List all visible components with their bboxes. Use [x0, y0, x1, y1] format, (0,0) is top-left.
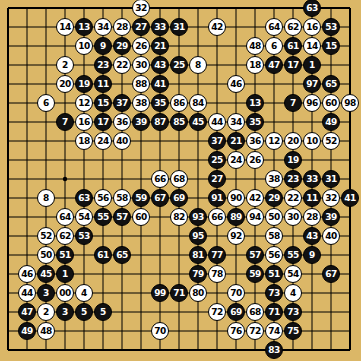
stone-black-move-91-c12r11[interactable]: 91 [208, 189, 226, 207]
stone-white-move-64-c4r12[interactable]: 64 [56, 208, 74, 226]
stone-black-move-37-c12r8[interactable]: 37 [208, 132, 226, 150]
stone-black-move-19-c5r5[interactable]: 19 [75, 75, 93, 93]
stone-black-move-49-c2r18[interactable]: 49 [18, 322, 36, 340]
stone-white-move-46-c2r15[interactable]: 46 [18, 265, 36, 283]
stone-white-move-68-c14r17[interactable]: 68 [246, 303, 264, 321]
stone-white-move-56-c6r11[interactable]: 56 [94, 189, 112, 207]
stone-white-move-26-c14r9[interactable]: 26 [246, 151, 264, 169]
stone-black-move-33-c17r10[interactable]: 33 [303, 170, 321, 188]
hoshi-point [63, 177, 67, 181]
stone-white-move-42-c12r2[interactable]: 42 [208, 18, 226, 36]
stone-white-move-30-c8r4[interactable]: 30 [132, 56, 150, 74]
stone-black-move-13-c14r6[interactable]: 13 [246, 94, 264, 112]
stone-black-move-25-c10r4[interactable]: 25 [170, 56, 188, 74]
stone-white-move-00-c4r16[interactable]: 00 [56, 284, 74, 302]
stone-black-move-9-c17r14[interactable]: 9 [303, 246, 321, 264]
stone-white-move-50-c15r12[interactable]: 50 [265, 208, 283, 226]
stone-black-move-89-c13r12[interactable]: 89 [227, 208, 245, 226]
stone-white-move-72-c12r17[interactable]: 72 [208, 303, 226, 321]
stone-black-move-25-c12r9[interactable]: 25 [208, 151, 226, 169]
stone-black-move-29-c15r11[interactable]: 29 [265, 189, 283, 207]
stone-white-move-66-c9r10[interactable]: 66 [151, 170, 169, 188]
stone-black-move-5-c5r17[interactable]: 5 [75, 303, 93, 321]
stone-white-move-94-c14r12[interactable]: 94 [246, 208, 264, 226]
stone-black-move-3-c4r17[interactable]: 3 [56, 303, 74, 321]
stone-white-move-16-c5r7[interactable]: 16 [75, 113, 93, 131]
stone-black-move-75-c16r18[interactable]: 75 [284, 322, 302, 340]
stone-white-move-2-c3r17[interactable]: 2 [37, 303, 55, 321]
stone-black-move-83-c15r19[interactable]: 83 [265, 341, 283, 359]
stone-black-move-71-c15r17[interactable]: 71 [265, 303, 283, 321]
stone-white-move-44-c12r7[interactable]: 44 [208, 113, 226, 131]
stone-black-move-63-c5r11[interactable]: 63 [75, 189, 93, 207]
stone-white-move-66-c12r12[interactable]: 66 [208, 208, 226, 226]
stone-white-move-86-c10r6[interactable]: 86 [170, 94, 188, 112]
stone-white-move-12-c5r6[interactable]: 12 [75, 94, 93, 112]
stone-white-move-32-c18r11[interactable]: 32 [322, 189, 340, 207]
stone-black-move-57-c14r14[interactable]: 57 [246, 246, 264, 264]
stone-black-move-67-c9r11[interactable]: 67 [151, 189, 169, 207]
stone-black-move-73-c16r17[interactable]: 73 [284, 303, 302, 321]
stone-black-move-27-c8r2[interactable]: 27 [132, 18, 150, 36]
stone-black-move-81-c11r14[interactable]: 81 [189, 246, 207, 264]
stone-white-move-34-c6r2[interactable]: 34 [94, 18, 112, 36]
stone-white-move-30-c16r12[interactable]: 30 [284, 208, 302, 226]
stone-black-move-11-c6r5[interactable]: 11 [94, 75, 112, 93]
stone-white-move-28-c7r2[interactable]: 28 [113, 18, 131, 36]
stone-black-move-73-c15r16[interactable]: 73 [265, 284, 283, 302]
stone-black-move-69-c13r17[interactable]: 69 [227, 303, 245, 321]
stone-black-move-41-c19r11[interactable]: 41 [341, 189, 359, 207]
stone-black-move-33-c9r2[interactable]: 33 [151, 18, 169, 36]
stone-black-move-37-c7r6[interactable]: 37 [113, 94, 131, 112]
stone-white-move-60-c18r6[interactable]: 60 [322, 94, 340, 112]
stone-black-move-45-c3r15[interactable]: 45 [37, 265, 55, 283]
stone-black-move-51-c15r15[interactable]: 51 [265, 265, 283, 283]
stone-white-move-22-c16r11[interactable]: 22 [284, 189, 302, 207]
stone-black-move-59-c14r15[interactable]: 59 [246, 265, 264, 283]
stone-white-move-24-c13r9[interactable]: 24 [227, 151, 245, 169]
stone-white-move-20-c16r8[interactable]: 20 [284, 132, 302, 150]
stone-black-move-57-c7r12[interactable]: 57 [113, 208, 131, 226]
stone-black-move-61-c16r3[interactable]: 61 [284, 37, 302, 55]
stone-black-move-45-c11r7[interactable]: 45 [189, 113, 207, 131]
stone-black-move-97-c17r5[interactable]: 97 [303, 75, 321, 93]
stone-white-move-74-c15r18[interactable]: 74 [265, 322, 283, 340]
stone-white-move-8-c3r11[interactable]: 8 [37, 189, 55, 207]
stone-white-move-84-c11r6[interactable]: 84 [189, 94, 207, 112]
stone-black-move-93-c11r12[interactable]: 93 [189, 208, 207, 226]
stone-white-move-68-c10r10[interactable]: 68 [170, 170, 188, 188]
stone-black-move-71-c10r16[interactable]: 71 [170, 284, 188, 302]
stone-white-move-12-c15r8[interactable]: 12 [265, 132, 283, 150]
stone-white-move-18-c14r4[interactable]: 18 [246, 56, 264, 74]
stone-black-move-7-c16r6[interactable]: 7 [284, 94, 302, 112]
stone-white-move-54-c16r15[interactable]: 54 [284, 265, 302, 283]
stone-white-move-4-c5r16[interactable]: 4 [75, 284, 93, 302]
stone-white-move-70-c9r18[interactable]: 70 [151, 322, 169, 340]
stone-black-move-77-c12r14[interactable]: 77 [208, 246, 226, 264]
stone-black-move-13-c5r2[interactable]: 13 [75, 18, 93, 36]
stone-black-move-31-c10r2[interactable]: 31 [170, 18, 188, 36]
stone-black-move-95-c11r13[interactable]: 95 [189, 227, 207, 245]
stone-white-move-36-c7r7[interactable]: 36 [113, 113, 131, 131]
stone-white-move-10-c5r3[interactable]: 10 [75, 37, 93, 55]
stone-white-move-18-c5r8[interactable]: 18 [75, 132, 93, 150]
stone-black-move-27-c12r10[interactable]: 27 [208, 170, 226, 188]
stone-black-move-85-c10r7[interactable]: 85 [170, 113, 188, 131]
stone-black-move-39-c8r7[interactable]: 39 [132, 113, 150, 131]
stone-black-move-67-c18r15[interactable]: 67 [322, 265, 340, 283]
stone-black-move-21-c13r8[interactable]: 21 [227, 132, 245, 150]
stone-black-move-41-c9r5[interactable]: 41 [151, 75, 169, 93]
stone-black-move-47-c2r17[interactable]: 47 [18, 303, 36, 321]
stone-black-move-19-c16r9[interactable]: 19 [284, 151, 302, 169]
stone-black-move-5-c6r17[interactable]: 5 [94, 303, 112, 321]
stone-white-move-38-c15r10[interactable]: 38 [265, 170, 283, 188]
stone-white-move-4-c16r16[interactable]: 4 [284, 284, 302, 302]
go-board[interactable]: 3263141334282733314264621653109292621486… [0, 0, 361, 361]
stone-black-move-55-c6r12[interactable]: 55 [94, 208, 112, 226]
stone-white-move-14-c17r3[interactable]: 14 [303, 37, 321, 55]
stone-black-move-11-c17r11[interactable]: 11 [303, 189, 321, 207]
stone-black-move-23-c6r4[interactable]: 23 [94, 56, 112, 74]
stone-black-move-15-c18r3[interactable]: 15 [322, 37, 340, 55]
stone-black-move-87-c9r7[interactable]: 87 [151, 113, 169, 131]
stone-white-move-64-c15r2[interactable]: 64 [265, 18, 283, 36]
stone-white-move-62-c16r2[interactable]: 62 [284, 18, 302, 36]
stone-black-move-47-c15r4[interactable]: 47 [265, 56, 283, 74]
stone-white-move-98-c19r6[interactable]: 98 [341, 94, 359, 112]
stone-black-move-59-c8r11[interactable]: 59 [132, 189, 150, 207]
stone-white-move-42-c14r11[interactable]: 42 [246, 189, 264, 207]
stone-white-move-58-c15r13[interactable]: 58 [265, 227, 283, 245]
stone-black-move-21-c9r3[interactable]: 21 [151, 37, 169, 55]
stone-white-move-38-c8r6[interactable]: 38 [132, 94, 150, 112]
stone-white-move-56-c15r14[interactable]: 56 [265, 246, 283, 264]
stone-white-move-52-c3r13[interactable]: 52 [37, 227, 55, 245]
stone-black-move-3-c3r16[interactable]: 3 [37, 284, 55, 302]
stone-white-move-2-c4r4[interactable]: 2 [56, 56, 74, 74]
stone-white-move-34-c13r7[interactable]: 34 [227, 113, 245, 131]
stone-white-move-62-c4r13[interactable]: 62 [56, 227, 74, 245]
stone-white-move-92-c13r13[interactable]: 92 [227, 227, 245, 245]
stone-black-move-39-c18r12[interactable]: 39 [322, 208, 340, 226]
stone-white-move-60-c8r12[interactable]: 60 [132, 208, 150, 226]
stone-black-move-17-c16r4[interactable]: 17 [284, 56, 302, 74]
stone-white-move-14-c4r2[interactable]: 14 [56, 18, 74, 36]
stone-white-move-96-c17r6[interactable]: 96 [303, 94, 321, 112]
stone-white-move-80-c11r16[interactable]: 80 [189, 284, 207, 302]
stone-black-move-35-c14r7[interactable]: 35 [246, 113, 264, 131]
stone-white-move-26-c8r3[interactable]: 26 [132, 37, 150, 55]
stone-white-move-40-c7r8[interactable]: 40 [113, 132, 131, 150]
stone-black-move-7-c4r7[interactable]: 7 [56, 113, 74, 131]
stone-white-move-52-c18r8[interactable]: 52 [322, 132, 340, 150]
stone-white-move-48-c14r3[interactable]: 48 [246, 37, 264, 55]
stone-black-move-29-c7r3[interactable]: 29 [113, 37, 131, 55]
stone-white-move-50-c3r14[interactable]: 50 [37, 246, 55, 264]
stone-black-move-79-c11r15[interactable]: 79 [189, 265, 207, 283]
stone-white-move-58-c7r11[interactable]: 58 [113, 189, 131, 207]
stone-black-move-31-c18r10[interactable]: 31 [322, 170, 340, 188]
stone-white-move-28-c17r12[interactable]: 28 [303, 208, 321, 226]
stone-white-move-20-c4r5[interactable]: 20 [56, 75, 74, 93]
stone-black-move-43-c9r4[interactable]: 43 [151, 56, 169, 74]
stone-white-move-82-c10r12[interactable]: 82 [170, 208, 188, 226]
stone-white-move-90-c13r11[interactable]: 90 [227, 189, 245, 207]
stone-black-move-65-c7r14[interactable]: 65 [113, 246, 131, 264]
stone-black-move-35-c9r6[interactable]: 35 [151, 94, 169, 112]
stone-white-move-22-c7r4[interactable]: 22 [113, 56, 131, 74]
stone-black-move-1-c17r4[interactable]: 1 [303, 56, 321, 74]
stone-white-move-78-c12r15[interactable]: 78 [208, 265, 226, 283]
stone-black-move-61-c6r14[interactable]: 61 [94, 246, 112, 264]
stone-white-move-16-c17r2[interactable]: 16 [303, 18, 321, 36]
stone-white-move-72-c14r18[interactable]: 72 [246, 322, 264, 340]
stone-white-move-8-c11r4[interactable]: 8 [189, 56, 207, 74]
stone-black-move-53-c5r13[interactable]: 53 [75, 227, 93, 245]
stone-white-move-6-c15r3[interactable]: 6 [265, 37, 283, 55]
stone-black-move-43-c17r13[interactable]: 43 [303, 227, 321, 245]
stone-white-move-70-c13r16[interactable]: 70 [227, 284, 245, 302]
stone-white-move-44-c2r16[interactable]: 44 [18, 284, 36, 302]
stone-black-move-49-c18r7[interactable]: 49 [322, 113, 340, 131]
stone-black-move-9-c6r3[interactable]: 9 [94, 37, 112, 55]
stone-black-move-99-c9r16[interactable]: 99 [151, 284, 169, 302]
stone-white-move-6-c3r6[interactable]: 6 [37, 94, 55, 112]
stone-white-move-48-c3r18[interactable]: 48 [37, 322, 55, 340]
stone-white-move-46-c13r5[interactable]: 46 [227, 75, 245, 93]
stone-black-move-55-c16r14[interactable]: 55 [284, 246, 302, 264]
stone-white-move-54-c5r12[interactable]: 54 [75, 208, 93, 226]
stone-white-move-36-c14r8[interactable]: 36 [246, 132, 264, 150]
stone-white-move-88-c8r5[interactable]: 88 [132, 75, 150, 93]
stone-black-move-1-c4r15[interactable]: 1 [56, 265, 74, 283]
stone-white-move-10-c17r8[interactable]: 10 [303, 132, 321, 150]
stone-black-move-17-c6r7[interactable]: 17 [94, 113, 112, 131]
stone-black-move-53-c18r2[interactable]: 53 [322, 18, 340, 36]
stone-black-move-69-c10r11[interactable]: 69 [170, 189, 188, 207]
stone-black-move-23-c16r10[interactable]: 23 [284, 170, 302, 188]
stone-black-move-15-c6r6[interactable]: 15 [94, 94, 112, 112]
stone-white-move-40-c18r13[interactable]: 40 [322, 227, 340, 245]
stone-black-move-51-c4r14[interactable]: 51 [56, 246, 74, 264]
stone-white-move-24-c6r8[interactable]: 24 [94, 132, 112, 150]
stone-white-move-76-c13r18[interactable]: 76 [227, 322, 245, 340]
stone-black-move-65-c18r5[interactable]: 65 [322, 75, 340, 93]
